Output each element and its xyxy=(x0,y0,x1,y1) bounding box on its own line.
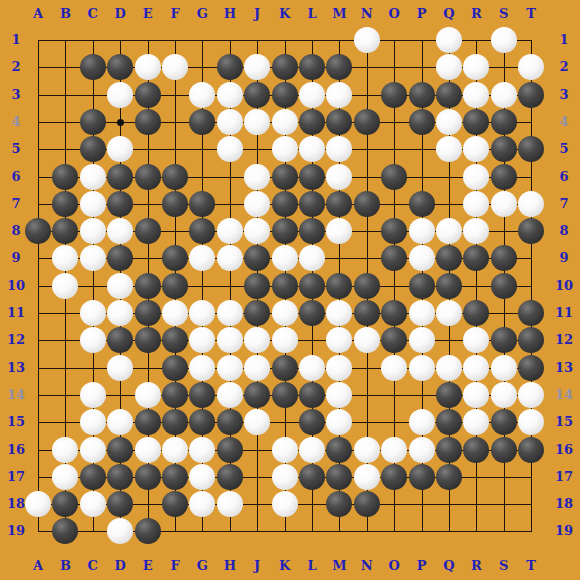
column-label: A xyxy=(33,7,43,21)
column-label: P xyxy=(417,559,427,573)
stone-black[interactable] xyxy=(272,54,298,80)
stone-black[interactable] xyxy=(135,273,161,299)
stone-white[interactable] xyxy=(244,218,270,244)
stone-white[interactable] xyxy=(463,327,489,353)
stone-white[interactable] xyxy=(52,245,78,271)
stone-white[interactable] xyxy=(463,164,489,190)
stone-black[interactable] xyxy=(272,218,298,244)
column-label: B xyxy=(60,559,71,573)
stone-white[interactable] xyxy=(189,245,215,271)
stone-white[interactable] xyxy=(326,164,352,190)
stone-black[interactable] xyxy=(381,218,407,244)
stone-black[interactable] xyxy=(491,109,517,135)
column-label: K xyxy=(279,559,290,573)
stone-black[interactable] xyxy=(381,245,407,271)
stone-black[interactable] xyxy=(381,164,407,190)
stone-black[interactable] xyxy=(244,300,270,326)
stone-black[interactable] xyxy=(135,409,161,435)
stone-white[interactable] xyxy=(189,300,215,326)
stone-white[interactable] xyxy=(52,464,78,490)
row-label: 3 xyxy=(559,88,568,102)
stone-black[interactable] xyxy=(381,82,407,108)
stone-black[interactable] xyxy=(463,437,489,463)
stone-white[interactable] xyxy=(518,409,544,435)
stone-black[interactable] xyxy=(491,245,517,271)
column-label: N xyxy=(361,559,373,573)
stone-white[interactable] xyxy=(107,300,133,326)
stone-white[interactable] xyxy=(272,327,298,353)
stone-black[interactable] xyxy=(52,191,78,217)
column-label: M xyxy=(332,559,346,573)
column-label: Q xyxy=(443,7,454,21)
stone-white[interactable] xyxy=(25,491,51,517)
stone-black[interactable] xyxy=(518,327,544,353)
stone-black[interactable] xyxy=(299,109,325,135)
row-label: 14 xyxy=(7,388,25,402)
stone-white[interactable] xyxy=(354,437,380,463)
stone-black[interactable] xyxy=(409,191,435,217)
stone-black[interactable] xyxy=(135,82,161,108)
stone-black[interactable] xyxy=(491,164,517,190)
stone-white[interactable] xyxy=(162,54,188,80)
stone-black[interactable] xyxy=(299,300,325,326)
stone-black[interactable] xyxy=(436,382,462,408)
stone-black[interactable] xyxy=(491,136,517,162)
stone-white[interactable] xyxy=(272,300,298,326)
stone-black[interactable] xyxy=(326,54,352,80)
stone-black[interactable] xyxy=(80,109,106,135)
stone-white[interactable] xyxy=(189,327,215,353)
stone-white[interactable] xyxy=(409,327,435,353)
stone-black[interactable] xyxy=(272,82,298,108)
stone-black[interactable] xyxy=(436,245,462,271)
stone-white[interactable] xyxy=(272,464,298,490)
stone-white[interactable] xyxy=(463,136,489,162)
stone-white[interactable] xyxy=(463,355,489,381)
stone-black[interactable] xyxy=(80,464,106,490)
stone-black[interactable] xyxy=(107,464,133,490)
row-label: 12 xyxy=(7,333,25,347)
row-label: 12 xyxy=(555,333,573,347)
stone-black[interactable] xyxy=(463,109,489,135)
stone-white[interactable] xyxy=(354,464,380,490)
stone-white[interactable] xyxy=(80,491,106,517)
stone-black[interactable] xyxy=(491,273,517,299)
row-label: 8 xyxy=(559,224,568,238)
stone-black[interactable] xyxy=(244,382,270,408)
stone-black[interactable] xyxy=(436,464,462,490)
stone-white[interactable] xyxy=(162,300,188,326)
stone-white[interactable] xyxy=(409,245,435,271)
stone-black[interactable] xyxy=(244,82,270,108)
column-label: G xyxy=(197,559,208,573)
row-label: 15 xyxy=(7,415,25,429)
stone-white[interactable] xyxy=(52,437,78,463)
stone-black[interactable] xyxy=(80,136,106,162)
row-label: 2 xyxy=(11,60,20,74)
stone-black[interactable] xyxy=(107,245,133,271)
row-label: 5 xyxy=(559,142,568,156)
stone-white[interactable] xyxy=(272,491,298,517)
stone-white[interactable] xyxy=(107,218,133,244)
column-label: T xyxy=(526,559,536,573)
column-label: O xyxy=(389,559,400,573)
stone-white[interactable] xyxy=(272,437,298,463)
stone-white[interactable] xyxy=(409,437,435,463)
row-label: 7 xyxy=(559,197,568,211)
stone-white[interactable] xyxy=(463,54,489,80)
stone-white[interactable] xyxy=(80,382,106,408)
stone-white[interactable] xyxy=(518,54,544,80)
stone-white[interactable] xyxy=(272,109,298,135)
row-label: 11 xyxy=(7,306,25,320)
stone-black[interactable] xyxy=(354,491,380,517)
stone-white[interactable] xyxy=(436,136,462,162)
stone-black[interactable] xyxy=(518,355,544,381)
stone-black[interactable] xyxy=(463,245,489,271)
stone-white[interactable] xyxy=(272,136,298,162)
stone-white[interactable] xyxy=(217,382,243,408)
stone-white[interactable] xyxy=(107,136,133,162)
stone-white[interactable] xyxy=(299,355,325,381)
stone-black[interactable] xyxy=(244,273,270,299)
stone-black[interactable] xyxy=(244,245,270,271)
column-label: B xyxy=(60,7,71,21)
stone-black[interactable] xyxy=(299,273,325,299)
stone-black[interactable] xyxy=(135,327,161,353)
row-label: 19 xyxy=(555,524,573,538)
row-label: 3 xyxy=(11,88,20,102)
stone-black[interactable] xyxy=(354,273,380,299)
stone-black[interactable] xyxy=(107,164,133,190)
stone-black[interactable] xyxy=(491,437,517,463)
stone-black[interactable] xyxy=(80,54,106,80)
stone-black[interactable] xyxy=(107,491,133,517)
stone-white[interactable] xyxy=(244,327,270,353)
column-label: T xyxy=(526,7,536,21)
stone-black[interactable] xyxy=(381,327,407,353)
stone-white[interactable] xyxy=(162,437,188,463)
column-label: F xyxy=(170,7,179,21)
stone-white[interactable] xyxy=(189,491,215,517)
stone-white[interactable] xyxy=(409,218,435,244)
stone-white[interactable] xyxy=(80,327,106,353)
stone-white[interactable] xyxy=(463,409,489,435)
stone-black[interactable] xyxy=(409,109,435,135)
row-label: 7 xyxy=(11,197,20,211)
stone-black[interactable] xyxy=(272,382,298,408)
stone-black[interactable] xyxy=(326,464,352,490)
stone-white[interactable] xyxy=(354,27,380,53)
stone-white[interactable] xyxy=(52,273,78,299)
column-label: R xyxy=(471,7,482,21)
stone-white[interactable] xyxy=(107,355,133,381)
stone-black[interactable] xyxy=(162,491,188,517)
stone-white[interactable] xyxy=(463,218,489,244)
stone-black[interactable] xyxy=(326,437,352,463)
go-board-screenshot: { "game": "go", "board": { "size": 19, "… xyxy=(0,0,580,580)
stone-black[interactable] xyxy=(354,191,380,217)
stone-white[interactable] xyxy=(326,355,352,381)
stone-white[interactable] xyxy=(80,218,106,244)
stone-white[interactable] xyxy=(189,437,215,463)
stone-black[interactable] xyxy=(272,164,298,190)
stone-black[interactable] xyxy=(381,464,407,490)
stone-white[interactable] xyxy=(463,82,489,108)
stone-black[interactable] xyxy=(107,54,133,80)
column-label: G xyxy=(197,7,208,21)
stone-black[interactable] xyxy=(299,218,325,244)
stone-white[interactable] xyxy=(189,464,215,490)
stone-black[interactable] xyxy=(436,409,462,435)
stone-white[interactable] xyxy=(135,382,161,408)
stone-white[interactable] xyxy=(381,437,407,463)
stone-black[interactable] xyxy=(52,164,78,190)
stone-white[interactable] xyxy=(436,300,462,326)
stone-white[interactable] xyxy=(217,355,243,381)
stone-black[interactable] xyxy=(272,355,298,381)
stone-white[interactable] xyxy=(80,245,106,271)
stone-black[interactable] xyxy=(135,300,161,326)
stone-white[interactable] xyxy=(217,82,243,108)
stone-black[interactable] xyxy=(217,54,243,80)
stone-black[interactable] xyxy=(107,191,133,217)
stone-white[interactable] xyxy=(244,164,270,190)
stone-white[interactable] xyxy=(244,355,270,381)
column-label: R xyxy=(471,559,482,573)
column-label: M xyxy=(332,7,346,21)
stone-black[interactable] xyxy=(162,382,188,408)
row-label: 18 xyxy=(555,497,573,511)
column-label: H xyxy=(224,7,236,21)
stone-white[interactable] xyxy=(107,273,133,299)
stone-white[interactable] xyxy=(326,300,352,326)
stone-black[interactable] xyxy=(217,464,243,490)
stone-black[interactable] xyxy=(162,245,188,271)
stone-black[interactable] xyxy=(299,409,325,435)
stone-black[interactable] xyxy=(326,273,352,299)
stone-white[interactable] xyxy=(217,136,243,162)
column-label: L xyxy=(307,7,316,21)
column-label: F xyxy=(170,559,179,573)
stone-white[interactable] xyxy=(80,300,106,326)
stone-white[interactable] xyxy=(244,54,270,80)
stone-white[interactable] xyxy=(463,191,489,217)
stone-black[interactable] xyxy=(107,327,133,353)
stone-black[interactable] xyxy=(107,437,133,463)
stone-white[interactable] xyxy=(326,136,352,162)
stone-white[interactable] xyxy=(299,437,325,463)
stone-black[interactable] xyxy=(518,218,544,244)
stone-white[interactable] xyxy=(244,109,270,135)
stone-white[interactable] xyxy=(217,218,243,244)
row-label: 8 xyxy=(11,224,20,238)
stone-black[interactable] xyxy=(162,164,188,190)
stone-black[interactable] xyxy=(299,382,325,408)
stone-white[interactable] xyxy=(244,191,270,217)
stone-black[interactable] xyxy=(409,82,435,108)
stone-black[interactable] xyxy=(409,464,435,490)
stone-black[interactable] xyxy=(217,409,243,435)
stone-white[interactable] xyxy=(436,27,462,53)
column-label: S xyxy=(499,7,508,21)
stone-white[interactable] xyxy=(326,409,352,435)
stone-black[interactable] xyxy=(272,273,298,299)
stone-white[interactable] xyxy=(326,327,352,353)
stone-white[interactable] xyxy=(299,136,325,162)
stone-black[interactable] xyxy=(52,491,78,517)
stone-black[interactable] xyxy=(162,327,188,353)
stone-black[interactable] xyxy=(491,327,517,353)
stone-white[interactable] xyxy=(272,245,298,271)
stone-black[interactable] xyxy=(326,191,352,217)
stone-black[interactable] xyxy=(135,218,161,244)
stone-white[interactable] xyxy=(409,355,435,381)
stone-white[interactable] xyxy=(189,82,215,108)
stone-white[interactable] xyxy=(436,54,462,80)
stone-white[interactable] xyxy=(409,300,435,326)
stone-black[interactable] xyxy=(436,82,462,108)
row-label: 10 xyxy=(7,279,25,293)
stone-white[interactable] xyxy=(326,382,352,408)
column-label: S xyxy=(499,559,508,573)
column-label: J xyxy=(254,7,260,21)
stone-black[interactable] xyxy=(326,491,352,517)
stone-white[interactable] xyxy=(436,355,462,381)
stone-black[interactable] xyxy=(518,136,544,162)
stone-black[interactable] xyxy=(162,409,188,435)
star-point xyxy=(117,119,124,126)
stone-white[interactable] xyxy=(518,382,544,408)
stone-white[interactable] xyxy=(107,82,133,108)
row-label: 16 xyxy=(555,443,573,457)
row-label: 9 xyxy=(559,251,568,265)
stone-white[interactable] xyxy=(354,327,380,353)
stone-black[interactable] xyxy=(299,191,325,217)
stone-black[interactable] xyxy=(354,300,380,326)
row-label: 6 xyxy=(11,170,20,184)
stone-black[interactable] xyxy=(463,300,489,326)
stone-white[interactable] xyxy=(491,191,517,217)
stone-white[interactable] xyxy=(491,27,517,53)
stone-white[interactable] xyxy=(189,355,215,381)
row-label: 1 xyxy=(559,33,568,47)
stone-white[interactable] xyxy=(80,409,106,435)
stone-black[interactable] xyxy=(518,300,544,326)
stone-black[interactable] xyxy=(518,82,544,108)
stone-black[interactable] xyxy=(409,273,435,299)
stone-white[interactable] xyxy=(80,191,106,217)
stone-black[interactable] xyxy=(135,164,161,190)
stone-white[interactable] xyxy=(299,82,325,108)
stone-white[interactable] xyxy=(107,518,133,544)
stone-white[interactable] xyxy=(217,327,243,353)
stone-black[interactable] xyxy=(52,518,78,544)
column-label: O xyxy=(389,7,400,21)
stone-black[interactable] xyxy=(491,409,517,435)
column-label: H xyxy=(224,559,236,573)
stone-white[interactable] xyxy=(381,355,407,381)
stone-white[interactable] xyxy=(217,300,243,326)
stone-black[interactable] xyxy=(189,191,215,217)
stone-black[interactable] xyxy=(135,109,161,135)
row-label: 14 xyxy=(555,388,573,402)
stone-white[interactable] xyxy=(217,245,243,271)
stone-black[interactable] xyxy=(135,464,161,490)
stone-black[interactable] xyxy=(189,409,215,435)
stone-black[interactable] xyxy=(162,355,188,381)
stone-black[interactable] xyxy=(326,109,352,135)
stone-black[interactable] xyxy=(25,218,51,244)
column-label: L xyxy=(307,559,316,573)
stone-white[interactable] xyxy=(299,245,325,271)
column-label: J xyxy=(254,559,260,573)
stone-black[interactable] xyxy=(189,218,215,244)
stone-black[interactable] xyxy=(436,437,462,463)
stone-white[interactable] xyxy=(409,409,435,435)
stone-white[interactable] xyxy=(217,491,243,517)
stone-black[interactable] xyxy=(381,300,407,326)
stone-white[interactable] xyxy=(80,437,106,463)
stone-black[interactable] xyxy=(189,109,215,135)
column-label: Q xyxy=(443,559,454,573)
stone-black[interactable] xyxy=(189,382,215,408)
stone-white[interactable] xyxy=(135,54,161,80)
column-label: C xyxy=(88,7,98,21)
stone-white[interactable] xyxy=(107,409,133,435)
stone-black[interactable] xyxy=(299,54,325,80)
stone-white[interactable] xyxy=(244,409,270,435)
stone-white[interactable] xyxy=(518,191,544,217)
stone-black[interactable] xyxy=(135,518,161,544)
row-label: 11 xyxy=(555,306,573,320)
stone-black[interactable] xyxy=(299,164,325,190)
stone-white[interactable] xyxy=(80,164,106,190)
stone-black[interactable] xyxy=(217,437,243,463)
row-label: 13 xyxy=(7,361,25,375)
stone-black[interactable] xyxy=(272,191,298,217)
row-label: 13 xyxy=(555,361,573,375)
stone-black[interactable] xyxy=(436,273,462,299)
stone-black[interactable] xyxy=(162,464,188,490)
stone-black[interactable] xyxy=(354,109,380,135)
stone-white[interactable] xyxy=(217,109,243,135)
stone-white[interactable] xyxy=(326,218,352,244)
row-label: 6 xyxy=(559,170,568,184)
stone-black[interactable] xyxy=(518,437,544,463)
row-label: 9 xyxy=(11,251,20,265)
stone-white[interactable] xyxy=(491,382,517,408)
stone-white[interactable] xyxy=(135,437,161,463)
stone-white[interactable] xyxy=(463,382,489,408)
stone-white[interactable] xyxy=(436,218,462,244)
stone-black[interactable] xyxy=(162,273,188,299)
go-board[interactable]: ABCDEFGHJKLMNOPQRST ABCDEFGHJKLMNOPQRST … xyxy=(0,0,580,580)
column-label: C xyxy=(88,559,98,573)
row-label: 2 xyxy=(559,60,568,74)
row-label: 1 xyxy=(11,33,20,47)
stone-white[interactable] xyxy=(326,82,352,108)
stone-black[interactable] xyxy=(52,218,78,244)
stone-white[interactable] xyxy=(491,82,517,108)
row-label: 18 xyxy=(7,497,25,511)
stone-white[interactable] xyxy=(491,355,517,381)
stone-black[interactable] xyxy=(162,191,188,217)
stone-white[interactable] xyxy=(436,109,462,135)
row-label: 17 xyxy=(7,470,25,484)
stone-black[interactable] xyxy=(299,464,325,490)
column-label: A xyxy=(33,559,43,573)
